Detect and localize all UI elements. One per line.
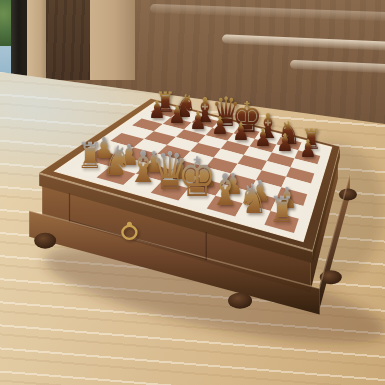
piece-black-pawn[interactable]: ♟ (276, 131, 293, 155)
piece-white-knight[interactable]: ♞ (239, 179, 268, 220)
piece-black-pawn[interactable]: ♟ (299, 137, 316, 161)
piece-white-rook[interactable]: ♜ (77, 138, 103, 174)
pieces-layer: ♜♞♝♛♚♝♞♜♟♟♟♟♟♟♟♟♟♟♟♟♟♟♟♟♜♞♝♛♚♝♞♜ (0, 0, 385, 385)
piece-black-pawn[interactable]: ♟ (169, 103, 186, 127)
piece-white-bishop[interactable]: ♝ (209, 168, 241, 212)
piece-black-pawn[interactable]: ♟ (254, 126, 271, 150)
piece-white-rook[interactable]: ♜ (269, 191, 295, 227)
piece-black-pawn[interactable]: ♟ (211, 114, 228, 138)
scene: ♜♞♝♛♚♝♞♜♟♟♟♟♟♟♟♟♟♟♟♟♟♟♟♟♜♞♝♛♚♝♞♜ (0, 0, 385, 385)
piece-black-pawn[interactable]: ♟ (190, 109, 207, 133)
piece-black-pawn[interactable]: ♟ (148, 98, 165, 122)
piece-black-pawn[interactable]: ♟ (233, 120, 250, 144)
